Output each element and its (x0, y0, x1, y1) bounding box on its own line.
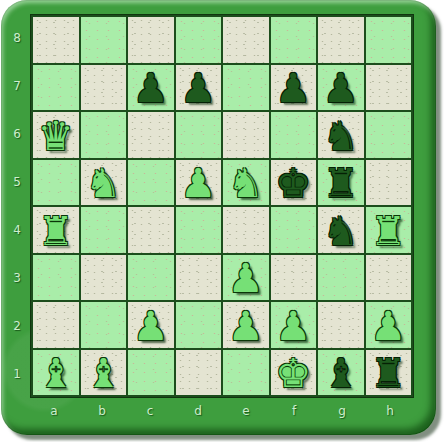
square-a7[interactable] (33, 65, 79, 111)
black-pawn[interactable]: ♟ (180, 68, 216, 108)
white-pawn[interactable]: ♟ (275, 306, 311, 346)
rank-label-3: 3 (5, 254, 29, 302)
rank-label-4: 4 (5, 206, 29, 254)
square-b8[interactable] (81, 17, 127, 63)
black-knight[interactable]: ♞ (323, 116, 359, 156)
white-knight[interactable]: ♞ (85, 163, 121, 203)
white-bishop[interactable]: ♝ (38, 353, 74, 393)
square-h7[interactable] (366, 65, 412, 111)
file-label-d: d (174, 399, 222, 423)
file-label-g: g (318, 399, 366, 423)
square-e6[interactable] (223, 112, 269, 158)
square-h4[interactable]: ♜ (366, 207, 412, 253)
file-label-a: a (30, 399, 78, 423)
board[interactable]: ♟♟♟♟♛♞♞♟♞♚♜♜♞♜♟♟♟♟♟♝♝♚♝♜ (30, 14, 414, 398)
white-bishop[interactable]: ♝ (85, 353, 121, 393)
rank-labels: 87654321 (5, 14, 29, 398)
black-pawn[interactable]: ♟ (323, 68, 359, 108)
square-d4[interactable] (176, 207, 222, 253)
black-rook[interactable]: ♜ (323, 163, 359, 203)
rank-label-5: 5 (5, 158, 29, 206)
square-e5[interactable]: ♞ (223, 160, 269, 206)
square-c5[interactable] (128, 160, 174, 206)
rank-label-7: 7 (5, 62, 29, 110)
square-b3[interactable] (81, 255, 127, 301)
square-c7[interactable]: ♟ (128, 65, 174, 111)
square-b2[interactable] (81, 302, 127, 348)
white-rook[interactable]: ♜ (38, 211, 74, 251)
square-d5[interactable]: ♟ (176, 160, 222, 206)
white-rook[interactable]: ♜ (370, 211, 406, 251)
square-b7[interactable] (81, 65, 127, 111)
square-f6[interactable] (271, 112, 317, 158)
file-label-c: c (126, 399, 174, 423)
square-d2[interactable] (176, 302, 222, 348)
square-h1[interactable]: ♜ (366, 350, 412, 396)
square-g1[interactable]: ♝ (318, 350, 364, 396)
black-pawn[interactable]: ♟ (133, 68, 169, 108)
square-e2[interactable]: ♟ (223, 302, 269, 348)
square-a4[interactable]: ♜ (33, 207, 79, 253)
file-labels: abcdefgh (30, 399, 414, 423)
white-pawn[interactable]: ♟ (180, 163, 216, 203)
square-e7[interactable] (223, 65, 269, 111)
square-e3[interactable]: ♟ (223, 255, 269, 301)
square-h5[interactable] (366, 160, 412, 206)
white-queen[interactable]: ♛ (38, 116, 74, 156)
square-b6[interactable] (81, 112, 127, 158)
square-a5[interactable] (33, 160, 79, 206)
square-c2[interactable]: ♟ (128, 302, 174, 348)
file-label-b: b (78, 399, 126, 423)
square-g6[interactable]: ♞ (318, 112, 364, 158)
square-f2[interactable]: ♟ (271, 302, 317, 348)
square-f3[interactable] (271, 255, 317, 301)
rank-label-1: 1 (5, 350, 29, 398)
square-a3[interactable] (33, 255, 79, 301)
square-a8[interactable] (33, 17, 79, 63)
file-label-f: f (270, 399, 318, 423)
square-h3[interactable] (366, 255, 412, 301)
black-pawn[interactable]: ♟ (275, 68, 311, 108)
square-a1[interactable]: ♝ (33, 350, 79, 396)
white-pawn[interactable]: ♟ (228, 306, 264, 346)
black-rook[interactable]: ♜ (370, 353, 406, 393)
square-d8[interactable] (176, 17, 222, 63)
rank-label-6: 6 (5, 110, 29, 158)
square-a2[interactable] (33, 302, 79, 348)
square-f1[interactable]: ♚ (271, 350, 317, 396)
square-g5[interactable]: ♜ (318, 160, 364, 206)
white-king[interactable]: ♚ (275, 353, 311, 393)
square-d1[interactable] (176, 350, 222, 396)
rank-label-2: 2 (5, 302, 29, 350)
square-c3[interactable] (128, 255, 174, 301)
square-a6[interactable]: ♛ (33, 112, 79, 158)
square-d3[interactable] (176, 255, 222, 301)
square-b4[interactable] (81, 207, 127, 253)
square-g3[interactable] (318, 255, 364, 301)
square-b5[interactable]: ♞ (81, 160, 127, 206)
square-f4[interactable] (271, 207, 317, 253)
square-c8[interactable] (128, 17, 174, 63)
square-h8[interactable] (366, 17, 412, 63)
square-c1[interactable] (128, 350, 174, 396)
square-f5[interactable]: ♚ (271, 160, 317, 206)
black-knight[interactable]: ♞ (323, 211, 359, 251)
rank-label-8: 8 (5, 14, 29, 62)
white-knight[interactable]: ♞ (228, 163, 264, 203)
white-pawn[interactable]: ♟ (133, 306, 169, 346)
black-bishop[interactable]: ♝ (323, 353, 359, 393)
square-g2[interactable] (318, 302, 364, 348)
white-pawn[interactable]: ♟ (228, 258, 264, 298)
white-pawn[interactable]: ♟ (370, 306, 406, 346)
square-e8[interactable] (223, 17, 269, 63)
file-label-e: e (222, 399, 270, 423)
square-f8[interactable] (271, 17, 317, 63)
square-h2[interactable]: ♟ (366, 302, 412, 348)
square-d6[interactable] (176, 112, 222, 158)
square-g8[interactable] (318, 17, 364, 63)
square-g4[interactable]: ♞ (318, 207, 364, 253)
square-g7[interactable]: ♟ (318, 65, 364, 111)
square-e4[interactable] (223, 207, 269, 253)
black-king[interactable]: ♚ (275, 163, 311, 203)
square-h6[interactable] (366, 112, 412, 158)
square-e1[interactable] (223, 350, 269, 396)
square-f7[interactable]: ♟ (271, 65, 317, 111)
square-c6[interactable] (128, 112, 174, 158)
square-b1[interactable]: ♝ (81, 350, 127, 396)
file-label-h: h (366, 399, 414, 423)
square-c4[interactable] (128, 207, 174, 253)
square-d7[interactable]: ♟ (176, 65, 222, 111)
